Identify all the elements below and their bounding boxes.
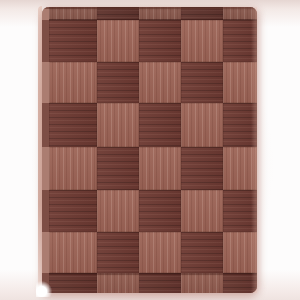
board-grid (49, 7, 257, 293)
board-square (139, 232, 181, 273)
board-square (139, 190, 181, 232)
spine-segment (42, 62, 49, 103)
board-square (139, 20, 181, 62)
studio-background (0, 0, 300, 300)
board-spine-edge (42, 7, 49, 293)
board-square (139, 147, 181, 190)
bottom-left-corner-highlight (36, 281, 52, 297)
board-square (49, 62, 97, 103)
board-square (97, 20, 139, 62)
board-square (97, 103, 139, 147)
board-square (139, 273, 181, 293)
spine-segment (42, 103, 49, 147)
spine-segment (42, 147, 49, 190)
board-square (181, 190, 223, 232)
spine-segment (42, 232, 49, 273)
board-right-edge-sheen (251, 7, 257, 293)
board-square (97, 273, 139, 293)
board-square (97, 232, 139, 273)
board-square (181, 147, 223, 190)
board-square (181, 103, 223, 147)
board-square (181, 62, 223, 103)
board-square (97, 62, 139, 103)
checkerboard (42, 7, 257, 293)
board-square (139, 103, 181, 147)
spine-segment (42, 190, 49, 232)
board-square (181, 273, 223, 293)
board-square (181, 232, 223, 273)
board-square (139, 62, 181, 103)
board-square (49, 273, 97, 293)
board-square (49, 103, 97, 147)
board-square (97, 147, 139, 190)
board-square (49, 147, 97, 190)
board-top-seam (42, 7, 257, 9)
spine-segment (42, 20, 49, 62)
board-square (181, 20, 223, 62)
board-square (49, 190, 97, 232)
board-square (49, 20, 97, 62)
board-square (49, 232, 97, 273)
board-square (97, 190, 139, 232)
